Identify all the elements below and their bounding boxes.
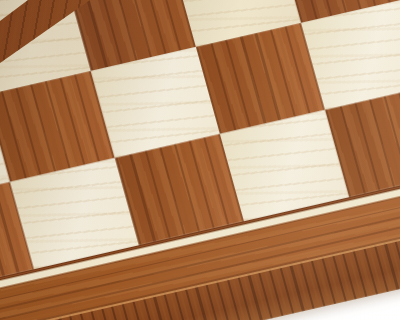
chess-board (0, 0, 400, 320)
chessboard-photo (0, 0, 400, 320)
